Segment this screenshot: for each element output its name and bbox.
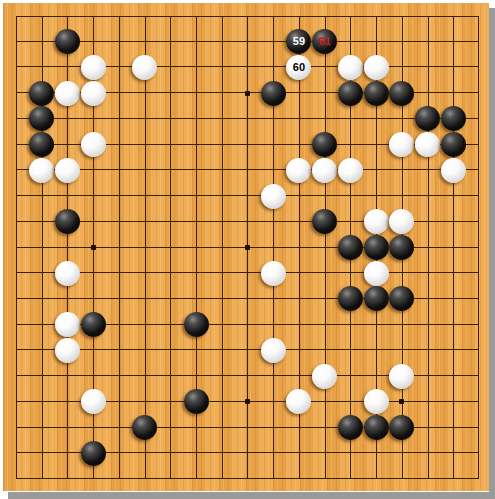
black-stone[interactable] <box>441 106 466 131</box>
star-point <box>245 91 250 96</box>
black-stone[interactable] <box>364 286 389 311</box>
black-stone[interactable] <box>338 415 363 440</box>
white-stone[interactable] <box>261 184 286 209</box>
black-stone[interactable] <box>441 132 466 157</box>
black-stone[interactable] <box>55 29 80 54</box>
star-point <box>245 245 250 250</box>
white-stone[interactable] <box>81 55 106 80</box>
white-stone[interactable] <box>261 338 286 363</box>
black-stone[interactable] <box>261 81 286 106</box>
star-point <box>245 399 250 404</box>
white-stone[interactable] <box>132 55 157 80</box>
black-stone[interactable] <box>364 415 389 440</box>
white-stone[interactable] <box>55 158 80 183</box>
black-stone[interactable] <box>338 235 363 260</box>
white-stone[interactable] <box>29 158 54 183</box>
white-stone[interactable] <box>364 389 389 414</box>
white-stone[interactable] <box>81 389 106 414</box>
black-stone[interactable] <box>364 81 389 106</box>
white-stone[interactable] <box>261 261 286 286</box>
white-stone[interactable] <box>364 261 389 286</box>
black-stone[interactable] <box>132 415 157 440</box>
move-number-59: 59 <box>293 36 305 47</box>
white-stone[interactable] <box>55 261 80 286</box>
star-point <box>91 245 96 250</box>
move-number-61: 61 <box>319 36 331 47</box>
white-stone[interactable] <box>55 81 80 106</box>
black-stone[interactable] <box>29 81 54 106</box>
move-number-60: 60 <box>293 62 305 73</box>
white-stone[interactable] <box>364 209 389 234</box>
white-stone[interactable] <box>364 55 389 80</box>
star-point <box>399 399 404 404</box>
black-stone[interactable] <box>338 81 363 106</box>
white-stone[interactable] <box>55 338 80 363</box>
black-stone[interactable] <box>184 389 209 414</box>
black-stone[interactable] <box>81 312 106 337</box>
white-stone[interactable] <box>312 364 337 389</box>
white-stone[interactable] <box>441 158 466 183</box>
white-stone[interactable] <box>81 132 106 157</box>
white-stone[interactable] <box>338 55 363 80</box>
goban[interactable]: 596160 <box>3 3 489 491</box>
drop-shadow-right <box>489 8 495 492</box>
go-board-screenshot: 596160 <box>0 0 495 499</box>
white-stone[interactable] <box>338 158 363 183</box>
white-stone[interactable] <box>415 132 440 157</box>
white-stone[interactable] <box>389 364 414 389</box>
black-stone[interactable] <box>389 81 414 106</box>
black-stone[interactable] <box>184 312 209 337</box>
white-stone[interactable] <box>55 312 80 337</box>
white-stone[interactable] <box>312 158 337 183</box>
drop-shadow-bottom <box>8 492 495 499</box>
black-stone[interactable] <box>364 235 389 260</box>
black-stone[interactable] <box>81 441 106 466</box>
white-stone[interactable] <box>81 81 106 106</box>
